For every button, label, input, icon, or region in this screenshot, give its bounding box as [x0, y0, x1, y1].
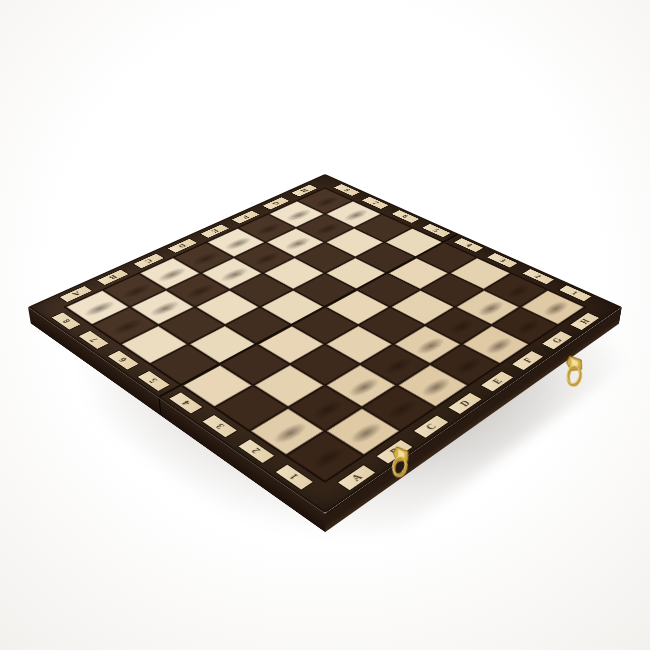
white-rook-glyph: ♜ [82, 245, 116, 312]
white-pawn-glyph: ♟ [220, 224, 247, 278]
chess-board: ♜♞♝♛♚♝♞♜♟♟♟♟♟♟♟♟♟♟♟♟♟♟♟♟♜♞♝♛♚♝♞♜ ABCDEFG… [28, 174, 622, 513]
board-frame: ♜♞♝♛♚♝♞♜♟♟♟♟♟♟♟♟♟♟♟♟♟♟♟♟♜♞♝♛♚♝♞♜ ABCDEFG… [28, 174, 622, 513]
white-pawn-glyph: ♟ [314, 182, 339, 232]
black-pawn-glyph: ♟ [273, 371, 306, 437]
brass-clasp-icon [558, 354, 589, 390]
white-pawn-glyph: ♟ [253, 209, 280, 262]
white-pawn-glyph: ♟ [150, 256, 178, 312]
black-knight-glyph: ♞ [343, 350, 387, 437]
white-pawn-glyph: ♟ [343, 169, 368, 218]
side-hinge-seam [158, 398, 161, 417]
white-pawn-glyph: ♟ [112, 273, 141, 331]
white-pawn-glyph: ♟ [186, 239, 214, 294]
black-rook-glyph: ♜ [307, 382, 347, 462]
white-pawn-glyph: ♟ [284, 195, 310, 247]
